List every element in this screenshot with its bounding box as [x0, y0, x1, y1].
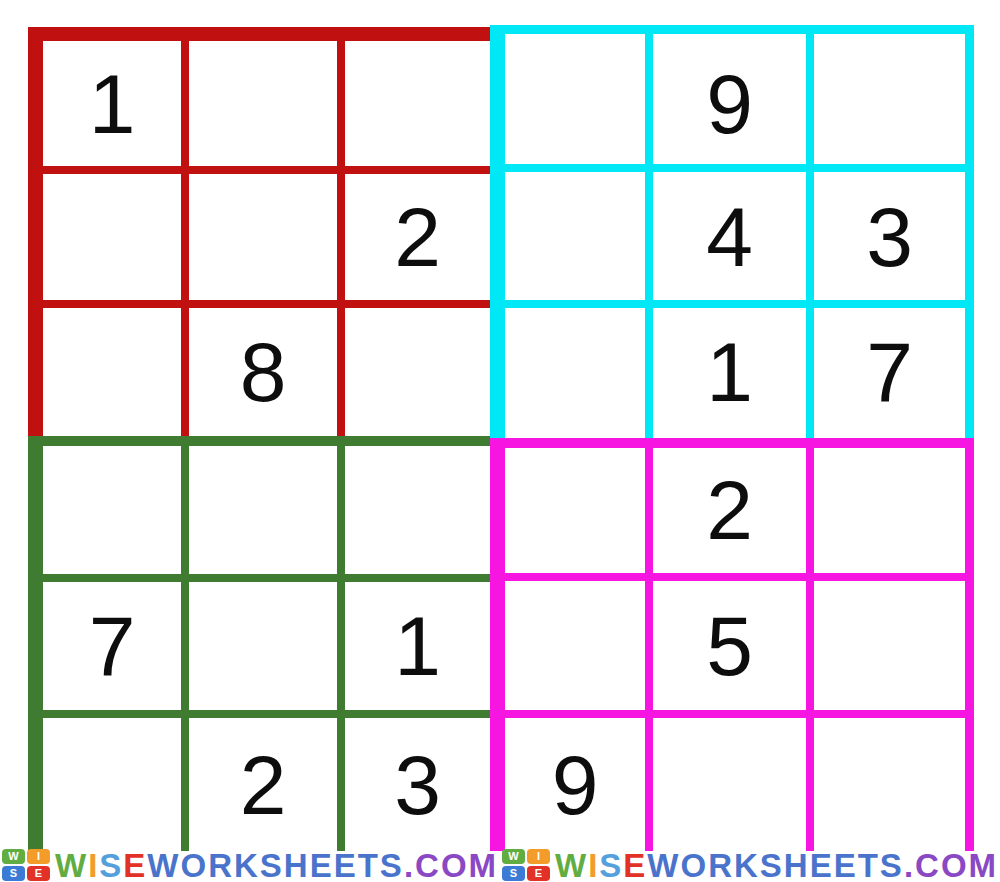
grid-line: [43, 710, 490, 718]
watermark-segment: .COM: [404, 849, 498, 882]
sudoku-cell-r4c2[interactable]: [189, 446, 337, 573]
sudoku-cell-r6c3[interactable]: 3: [345, 718, 490, 851]
watermark-text: WISEWORKSHEETS.COM: [555, 849, 998, 882]
sudoku-cell-r5c1[interactable]: 7: [43, 581, 181, 710]
grid-line: [181, 27, 189, 436]
given-digit: 2: [240, 743, 287, 827]
sudoku-cell-r1c6[interactable]: [814, 41, 965, 166]
grid-line: [490, 573, 965, 581]
grid-line: [806, 25, 814, 441]
given-digit: 1: [394, 604, 441, 688]
sudoku-cell-r5c6[interactable]: [814, 581, 965, 710]
logo-square: S: [2, 866, 25, 881]
sudoku-cell-r5c5[interactable]: 5: [653, 581, 806, 710]
logo-square: I: [27, 849, 50, 864]
wiseworksheets-logo-icon: WISE: [2, 849, 50, 881]
grid-line: [490, 300, 965, 308]
grid-line: [337, 436, 345, 851]
watermark-copy: WISEWISEWORKSHEETS.COM: [500, 848, 1000, 882]
sudoku-cell-r4c6[interactable]: [814, 446, 965, 573]
given-digit: 7: [866, 330, 913, 414]
sudoku-cell-r3c3[interactable]: [345, 308, 490, 436]
sudoku-cell-r5c3[interactable]: 1: [345, 581, 490, 710]
watermark-segment: W: [555, 849, 588, 882]
given-digit: 5: [706, 604, 753, 688]
given-digit: 2: [394, 195, 441, 279]
sudoku-cell-r3c2[interactable]: 8: [189, 308, 337, 436]
grid-line: [43, 574, 490, 582]
sudoku-cell-r5c4[interactable]: [505, 581, 645, 710]
grid-line: [28, 436, 43, 851]
sudoku-cell-r6c1[interactable]: [43, 718, 181, 851]
sudoku-cell-r5c2[interactable]: [189, 581, 337, 710]
given-digit: 8: [240, 330, 287, 414]
grid-line: [28, 27, 43, 441]
grid-line: [490, 25, 505, 441]
watermark-segment: S: [599, 849, 623, 882]
sudoku-cell-r6c5[interactable]: [653, 718, 806, 851]
grid-line: [490, 710, 965, 718]
sudoku-cell-r2c2[interactable]: [189, 174, 337, 300]
logo-square: I: [527, 849, 550, 864]
sudoku-cell-r2c6[interactable]: 3: [814, 174, 965, 300]
logo-square: E: [27, 866, 50, 881]
watermark-copy: WISEWISEWORKSHEETS.COM: [0, 848, 500, 882]
sudoku-cell-r4c1[interactable]: [43, 446, 181, 573]
given-digit: 1: [706, 330, 753, 414]
watermark-segment: WORKSHEETS: [647, 849, 904, 882]
logo-square: S: [502, 866, 525, 881]
logo-square: E: [527, 866, 550, 881]
logo-square: W: [2, 849, 25, 864]
grid-line: [490, 25, 974, 34]
sudoku-cell-r1c4[interactable]: [505, 41, 645, 166]
grid-line: [645, 25, 653, 441]
given-digit: 4: [706, 195, 753, 279]
grid-line: [645, 441, 653, 851]
logo-square: W: [502, 849, 525, 864]
wiseworksheets-logo-icon: WISE: [502, 849, 550, 881]
sudoku-cell-r2c3[interactable]: 2: [345, 174, 490, 300]
grid-line: [43, 166, 490, 174]
watermark: WISEWISEWORKSHEETS.COMWISEWISEWORKSHEETS…: [0, 848, 1000, 882]
sudoku-cell-r6c6[interactable]: [814, 718, 965, 851]
watermark-text: WISEWORKSHEETS.COM: [55, 849, 498, 882]
sudoku-cell-r3c4[interactable]: [505, 308, 645, 436]
grid-line: [43, 300, 490, 308]
sudoku-cell-r6c2[interactable]: 2: [189, 718, 337, 851]
sudoku-cell-r1c1[interactable]: 1: [43, 41, 181, 166]
watermark-segment: I: [88, 849, 99, 882]
sudoku-cell-r2c1[interactable]: [43, 174, 181, 300]
grid-line: [28, 27, 490, 41]
given-digit: 9: [706, 62, 753, 146]
sudoku-cell-r6c4[interactable]: 9: [505, 718, 645, 851]
given-digit: 3: [394, 743, 441, 827]
sudoku-cell-r3c1[interactable]: [43, 308, 181, 436]
grid-line: [337, 27, 345, 436]
sudoku-cell-r2c5[interactable]: 4: [653, 174, 806, 300]
sudoku-cell-r4c5[interactable]: 2: [653, 446, 806, 573]
grid-line: [965, 25, 974, 441]
sudoku-cell-r3c5[interactable]: 1: [653, 308, 806, 436]
given-digit: 1: [89, 62, 136, 146]
watermark-segment: E: [123, 849, 147, 882]
watermark-segment: WORKSHEETS: [147, 849, 404, 882]
watermark-segment: .COM: [904, 849, 998, 882]
sudoku-cell-r1c5[interactable]: 9: [653, 41, 806, 166]
sudoku-worksheet: 192438172715239 WISEWISEWORKSHEETS.COMWI…: [0, 0, 1000, 882]
grid-line: [490, 438, 974, 448]
watermark-segment: S: [99, 849, 123, 882]
grid-line: [806, 441, 814, 851]
grid-line: [181, 436, 189, 851]
given-digit: 3: [866, 195, 913, 279]
grid-line: [490, 441, 505, 851]
sudoku-cell-r4c3[interactable]: [345, 446, 490, 573]
grid-line: [490, 164, 965, 172]
sudoku-cell-r2c4[interactable]: [505, 174, 645, 300]
given-digit: 7: [89, 604, 136, 688]
watermark-segment: E: [623, 849, 647, 882]
sudoku-cell-r1c2[interactable]: [189, 41, 337, 166]
watermark-segment: W: [55, 849, 88, 882]
grid-line: [965, 441, 974, 851]
sudoku-cell-r3c6[interactable]: 7: [814, 308, 965, 436]
given-digit: 9: [552, 743, 599, 827]
given-digit: 2: [706, 468, 753, 552]
sudoku-cell-r4c4[interactable]: [505, 446, 645, 573]
sudoku-cell-r1c3[interactable]: [345, 41, 490, 166]
watermark-segment: I: [588, 849, 599, 882]
grid-line: [28, 436, 490, 446]
